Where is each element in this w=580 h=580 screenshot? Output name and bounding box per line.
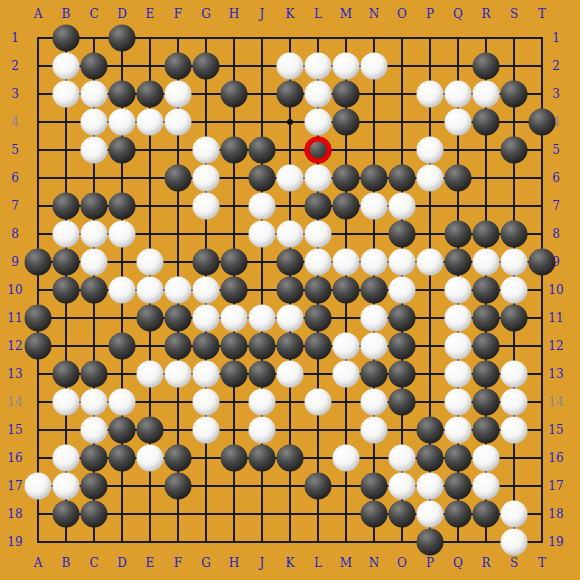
stone-black-H16 bbox=[221, 445, 248, 472]
stone-white-S9 bbox=[501, 249, 528, 276]
row-label-right-8: 8 bbox=[552, 228, 560, 240]
stone-white-S14 bbox=[501, 389, 528, 416]
row-label-left-6: 6 bbox=[11, 172, 19, 184]
stone-black-S3 bbox=[501, 81, 528, 108]
stone-white-F10 bbox=[165, 277, 192, 304]
stone-black-H13 bbox=[221, 361, 248, 388]
stone-black-G12 bbox=[193, 333, 220, 360]
stone-black-A12 bbox=[25, 333, 52, 360]
stone-white-R16 bbox=[473, 445, 500, 472]
stone-white-N11 bbox=[361, 305, 388, 332]
stone-black-C2 bbox=[81, 53, 108, 80]
stone-white-C4 bbox=[81, 109, 108, 136]
stone-white-Q4 bbox=[445, 109, 472, 136]
stone-white-G6 bbox=[193, 165, 220, 192]
stone-white-C3 bbox=[81, 81, 108, 108]
stone-white-M2 bbox=[333, 53, 360, 80]
stone-black-N17 bbox=[361, 473, 388, 500]
stone-black-F17 bbox=[165, 473, 192, 500]
stone-black-L12 bbox=[305, 333, 332, 360]
row-label-right-16: 16 bbox=[548, 452, 563, 464]
stone-black-H12 bbox=[221, 333, 248, 360]
stone-white-N14 bbox=[361, 389, 388, 416]
stone-black-S8 bbox=[501, 221, 528, 248]
row-label-right-13: 13 bbox=[548, 368, 563, 380]
stone-black-O12 bbox=[389, 333, 416, 360]
stone-black-R4 bbox=[473, 109, 500, 136]
stone-white-Q12 bbox=[445, 333, 472, 360]
stone-white-P17 bbox=[417, 473, 444, 500]
row-label-left-12: 12 bbox=[7, 340, 22, 352]
stone-white-B16 bbox=[53, 445, 80, 472]
column-label-bottom-L: L bbox=[314, 557, 322, 569]
stone-black-O13 bbox=[389, 361, 416, 388]
stone-white-S18 bbox=[501, 501, 528, 528]
column-label-top-Q: Q bbox=[453, 8, 463, 20]
stone-black-M10 bbox=[333, 277, 360, 304]
column-label-top-M: M bbox=[340, 8, 352, 20]
stone-black-B10 bbox=[53, 277, 80, 304]
row-label-right-11: 11 bbox=[548, 312, 563, 324]
row-label-left-15: 15 bbox=[7, 424, 22, 436]
stone-white-L3 bbox=[305, 81, 332, 108]
stone-white-F13 bbox=[165, 361, 192, 388]
stone-white-G5 bbox=[193, 137, 220, 164]
stone-black-L17 bbox=[305, 473, 332, 500]
stone-black-J6 bbox=[249, 165, 276, 192]
stone-white-B3 bbox=[53, 81, 80, 108]
stone-black-B9 bbox=[53, 249, 80, 276]
stone-white-L2 bbox=[305, 53, 332, 80]
stone-black-R10 bbox=[473, 277, 500, 304]
row-label-left-5: 5 bbox=[11, 144, 19, 156]
column-label-top-K: K bbox=[286, 8, 295, 20]
stone-white-Q3 bbox=[445, 81, 472, 108]
stone-black-D7 bbox=[109, 193, 136, 220]
stone-white-G10 bbox=[193, 277, 220, 304]
stone-white-Q15 bbox=[445, 417, 472, 444]
stone-black-B13 bbox=[53, 361, 80, 388]
stone-white-O17 bbox=[389, 473, 416, 500]
stone-white-H11 bbox=[221, 305, 248, 332]
stone-black-F16 bbox=[165, 445, 192, 472]
stone-white-C9 bbox=[81, 249, 108, 276]
stone-black-N6 bbox=[361, 165, 388, 192]
stone-black-M3 bbox=[333, 81, 360, 108]
stone-white-N9 bbox=[361, 249, 388, 276]
stone-white-E10 bbox=[137, 277, 164, 304]
stone-white-C14 bbox=[81, 389, 108, 416]
stone-white-N15 bbox=[361, 417, 388, 444]
stone-black-B7 bbox=[53, 193, 80, 220]
stone-black-L11 bbox=[305, 305, 332, 332]
stone-white-A17 bbox=[25, 473, 52, 500]
stone-black-T4 bbox=[529, 109, 556, 136]
column-label-bottom-C: C bbox=[89, 557, 98, 569]
stone-white-B2 bbox=[53, 53, 80, 80]
row-label-left-19: 19 bbox=[7, 536, 22, 548]
stone-white-E9 bbox=[137, 249, 164, 276]
row-label-right-2: 2 bbox=[552, 60, 560, 72]
stone-black-J5 bbox=[249, 137, 276, 164]
column-label-top-B: B bbox=[62, 8, 71, 20]
column-label-top-C: C bbox=[89, 8, 98, 20]
stone-black-C7 bbox=[81, 193, 108, 220]
row-label-left-9: 9 bbox=[11, 256, 19, 268]
column-label-top-J: J bbox=[260, 8, 265, 20]
stone-white-B8 bbox=[53, 221, 80, 248]
stone-black-B1 bbox=[53, 25, 80, 52]
stone-black-L7 bbox=[305, 193, 332, 220]
column-label-bottom-E: E bbox=[146, 557, 155, 569]
stone-white-O7 bbox=[389, 193, 416, 220]
stone-black-N10 bbox=[361, 277, 388, 304]
stone-black-G9 bbox=[193, 249, 220, 276]
stone-white-S19 bbox=[501, 529, 528, 556]
stone-black-Q6 bbox=[445, 165, 472, 192]
column-label-top-N: N bbox=[369, 8, 380, 20]
stone-black-E15 bbox=[137, 417, 164, 444]
stone-white-K8 bbox=[277, 221, 304, 248]
stone-white-K11 bbox=[277, 305, 304, 332]
stone-black-D3 bbox=[109, 81, 136, 108]
stone-black-Q17 bbox=[445, 473, 472, 500]
stone-white-M12 bbox=[333, 333, 360, 360]
grid-line-horizontal bbox=[37, 541, 543, 543]
stone-black-N13 bbox=[361, 361, 388, 388]
row-label-right-14: 14 bbox=[548, 396, 563, 408]
column-label-bottom-Q: Q bbox=[453, 557, 463, 569]
stone-white-O16 bbox=[389, 445, 416, 472]
stone-black-E11 bbox=[137, 305, 164, 332]
stone-white-C5 bbox=[81, 137, 108, 164]
column-label-bottom-J: J bbox=[260, 557, 265, 569]
stone-white-G14 bbox=[193, 389, 220, 416]
stone-black-K9 bbox=[277, 249, 304, 276]
column-label-bottom-S: S bbox=[510, 557, 518, 569]
stone-white-G11 bbox=[193, 305, 220, 332]
stone-black-R13 bbox=[473, 361, 500, 388]
stone-white-Q10 bbox=[445, 277, 472, 304]
stone-black-O11 bbox=[389, 305, 416, 332]
row-label-right-12: 12 bbox=[548, 340, 563, 352]
stone-white-P6 bbox=[417, 165, 444, 192]
stone-black-M4 bbox=[333, 109, 360, 136]
stone-black-R12 bbox=[473, 333, 500, 360]
stone-black-D16 bbox=[109, 445, 136, 472]
stone-black-R11 bbox=[473, 305, 500, 332]
stone-white-C8 bbox=[81, 221, 108, 248]
stone-white-F3 bbox=[165, 81, 192, 108]
column-label-top-P: P bbox=[426, 8, 434, 20]
column-label-bottom-P: P bbox=[426, 557, 434, 569]
stone-black-C17 bbox=[81, 473, 108, 500]
stone-black-K12 bbox=[277, 333, 304, 360]
row-label-left-4: 4 bbox=[11, 116, 19, 128]
stone-black-P15 bbox=[417, 417, 444, 444]
stone-black-G2 bbox=[193, 53, 220, 80]
stone-black-C13 bbox=[81, 361, 108, 388]
stone-black-L10 bbox=[305, 277, 332, 304]
stone-white-J14 bbox=[249, 389, 276, 416]
stone-white-B17 bbox=[53, 473, 80, 500]
stone-black-R2 bbox=[473, 53, 500, 80]
stone-white-D10 bbox=[109, 277, 136, 304]
stone-black-R18 bbox=[473, 501, 500, 528]
column-label-bottom-H: H bbox=[229, 557, 239, 569]
stone-black-H10 bbox=[221, 277, 248, 304]
stone-black-O6 bbox=[389, 165, 416, 192]
stone-black-F2 bbox=[165, 53, 192, 80]
stone-black-S11 bbox=[501, 305, 528, 332]
row-label-right-19: 19 bbox=[548, 536, 563, 548]
stone-black-R8 bbox=[473, 221, 500, 248]
stone-white-R17 bbox=[473, 473, 500, 500]
row-label-right-17: 17 bbox=[548, 480, 563, 492]
stone-white-K2 bbox=[277, 53, 304, 80]
column-label-bottom-O: O bbox=[397, 557, 407, 569]
column-label-top-E: E bbox=[146, 8, 155, 20]
column-label-top-O: O bbox=[397, 8, 407, 20]
column-label-top-R: R bbox=[481, 8, 490, 20]
row-label-left-3: 3 bbox=[11, 88, 19, 100]
stone-white-K6 bbox=[277, 165, 304, 192]
stone-black-J16 bbox=[249, 445, 276, 472]
stone-white-F4 bbox=[165, 109, 192, 136]
stone-white-P5 bbox=[417, 137, 444, 164]
column-label-bottom-T: T bbox=[538, 557, 546, 569]
stone-black-H9 bbox=[221, 249, 248, 276]
stone-white-S15 bbox=[501, 417, 528, 444]
stone-white-E4 bbox=[137, 109, 164, 136]
stone-white-K13 bbox=[277, 361, 304, 388]
stone-white-G15 bbox=[193, 417, 220, 444]
stone-black-F11 bbox=[165, 305, 192, 332]
row-label-left-8: 8 bbox=[11, 228, 19, 240]
stone-white-S13 bbox=[501, 361, 528, 388]
stone-black-K3 bbox=[277, 81, 304, 108]
stone-black-R15 bbox=[473, 417, 500, 444]
stone-white-L9 bbox=[305, 249, 332, 276]
stone-black-R14 bbox=[473, 389, 500, 416]
column-label-top-A: A bbox=[34, 8, 43, 20]
column-label-bottom-A: A bbox=[34, 557, 43, 569]
stone-black-O8 bbox=[389, 221, 416, 248]
stone-white-R3 bbox=[473, 81, 500, 108]
stone-black-T9 bbox=[529, 249, 556, 276]
stone-black-D1 bbox=[109, 25, 136, 52]
column-label-bottom-D: D bbox=[117, 557, 127, 569]
row-label-left-11: 11 bbox=[7, 312, 22, 324]
stone-black-Q9 bbox=[445, 249, 472, 276]
last-move-marker bbox=[305, 137, 332, 164]
stone-white-J7 bbox=[249, 193, 276, 220]
stone-black-K16 bbox=[277, 445, 304, 472]
stone-black-B18 bbox=[53, 501, 80, 528]
stone-white-J8 bbox=[249, 221, 276, 248]
stone-black-M7 bbox=[333, 193, 360, 220]
stone-white-Q13 bbox=[445, 361, 472, 388]
stone-white-P3 bbox=[417, 81, 444, 108]
star-point bbox=[287, 119, 293, 125]
row-label-left-10: 10 bbox=[7, 284, 22, 296]
column-label-bottom-R: R bbox=[481, 557, 490, 569]
stone-black-J12 bbox=[249, 333, 276, 360]
stone-black-A9 bbox=[25, 249, 52, 276]
stone-black-O14 bbox=[389, 389, 416, 416]
column-label-top-H: H bbox=[229, 8, 239, 20]
stone-white-N7 bbox=[361, 193, 388, 220]
stone-black-Q18 bbox=[445, 501, 472, 528]
stone-white-D4 bbox=[109, 109, 136, 136]
row-label-left-17: 17 bbox=[7, 480, 22, 492]
column-label-top-G: G bbox=[201, 8, 211, 20]
column-label-top-T: T bbox=[538, 8, 546, 20]
row-label-left-18: 18 bbox=[7, 508, 22, 520]
column-label-top-F: F bbox=[174, 8, 182, 20]
stone-black-D5 bbox=[109, 137, 136, 164]
stone-white-E16 bbox=[137, 445, 164, 472]
stone-black-A11 bbox=[25, 305, 52, 332]
stone-white-R9 bbox=[473, 249, 500, 276]
stone-white-M9 bbox=[333, 249, 360, 276]
row-label-right-3: 3 bbox=[552, 88, 560, 100]
row-label-left-2: 2 bbox=[11, 60, 19, 72]
stone-black-F6 bbox=[165, 165, 192, 192]
stone-white-Q14 bbox=[445, 389, 472, 416]
stone-white-D14 bbox=[109, 389, 136, 416]
row-label-right-7: 7 bbox=[552, 200, 560, 212]
row-label-right-6: 6 bbox=[552, 172, 560, 184]
row-label-right-10: 10 bbox=[548, 284, 563, 296]
row-label-left-16: 16 bbox=[7, 452, 22, 464]
stone-white-M13 bbox=[333, 361, 360, 388]
row-label-left-7: 7 bbox=[11, 200, 19, 212]
stone-black-P16 bbox=[417, 445, 444, 472]
stone-white-C15 bbox=[81, 417, 108, 444]
stone-black-C18 bbox=[81, 501, 108, 528]
column-label-top-D: D bbox=[117, 8, 127, 20]
stone-white-G13 bbox=[193, 361, 220, 388]
stone-white-S10 bbox=[501, 277, 528, 304]
stone-black-C10 bbox=[81, 277, 108, 304]
column-label-bottom-N: N bbox=[369, 557, 380, 569]
stone-black-H5 bbox=[221, 137, 248, 164]
stone-black-D15 bbox=[109, 417, 136, 444]
stone-white-Q11 bbox=[445, 305, 472, 332]
stone-black-K10 bbox=[277, 277, 304, 304]
stone-black-C16 bbox=[81, 445, 108, 472]
row-label-right-5: 5 bbox=[552, 144, 560, 156]
column-label-bottom-B: B bbox=[62, 557, 71, 569]
stone-white-J15 bbox=[249, 417, 276, 444]
row-label-right-15: 15 bbox=[548, 424, 563, 436]
row-label-right-18: 18 bbox=[548, 508, 563, 520]
stone-black-N18 bbox=[361, 501, 388, 528]
stone-white-D8 bbox=[109, 221, 136, 248]
stone-black-F12 bbox=[165, 333, 192, 360]
column-label-bottom-M: M bbox=[340, 557, 352, 569]
stone-white-L6 bbox=[305, 165, 332, 192]
stone-white-O9 bbox=[389, 249, 416, 276]
stone-white-J11 bbox=[249, 305, 276, 332]
stone-white-M16 bbox=[333, 445, 360, 472]
stone-black-O18 bbox=[389, 501, 416, 528]
column-label-bottom-F: F bbox=[174, 557, 182, 569]
row-label-left-1: 1 bbox=[11, 32, 19, 44]
stone-white-N2 bbox=[361, 53, 388, 80]
column-label-bottom-K: K bbox=[286, 557, 295, 569]
stone-black-Q8 bbox=[445, 221, 472, 248]
row-label-left-14: 14 bbox=[7, 396, 22, 408]
stone-white-O10 bbox=[389, 277, 416, 304]
stone-white-L4 bbox=[305, 109, 332, 136]
stone-black-D12 bbox=[109, 333, 136, 360]
stone-black-S5 bbox=[501, 137, 528, 164]
column-label-top-L: L bbox=[314, 8, 322, 20]
go-board[interactable]: AABBCCDDEEFFGGHHJJKKLLMMNNOOPPQQRRSSTT11… bbox=[0, 0, 580, 580]
stone-white-E13 bbox=[137, 361, 164, 388]
column-label-bottom-G: G bbox=[201, 557, 211, 569]
stone-white-L14 bbox=[305, 389, 332, 416]
stone-black-Q16 bbox=[445, 445, 472, 472]
row-label-right-1: 1 bbox=[552, 32, 560, 44]
row-label-left-13: 13 bbox=[7, 368, 22, 380]
stone-white-P9 bbox=[417, 249, 444, 276]
stone-white-B14 bbox=[53, 389, 80, 416]
stone-black-P19 bbox=[417, 529, 444, 556]
stone-black-J13 bbox=[249, 361, 276, 388]
stone-black-E3 bbox=[137, 81, 164, 108]
stone-white-G7 bbox=[193, 193, 220, 220]
stone-black-M6 bbox=[333, 165, 360, 192]
stone-black-H3 bbox=[221, 81, 248, 108]
stone-white-P18 bbox=[417, 501, 444, 528]
stone-white-L8 bbox=[305, 221, 332, 248]
column-label-top-S: S bbox=[510, 8, 518, 20]
stone-white-N12 bbox=[361, 333, 388, 360]
